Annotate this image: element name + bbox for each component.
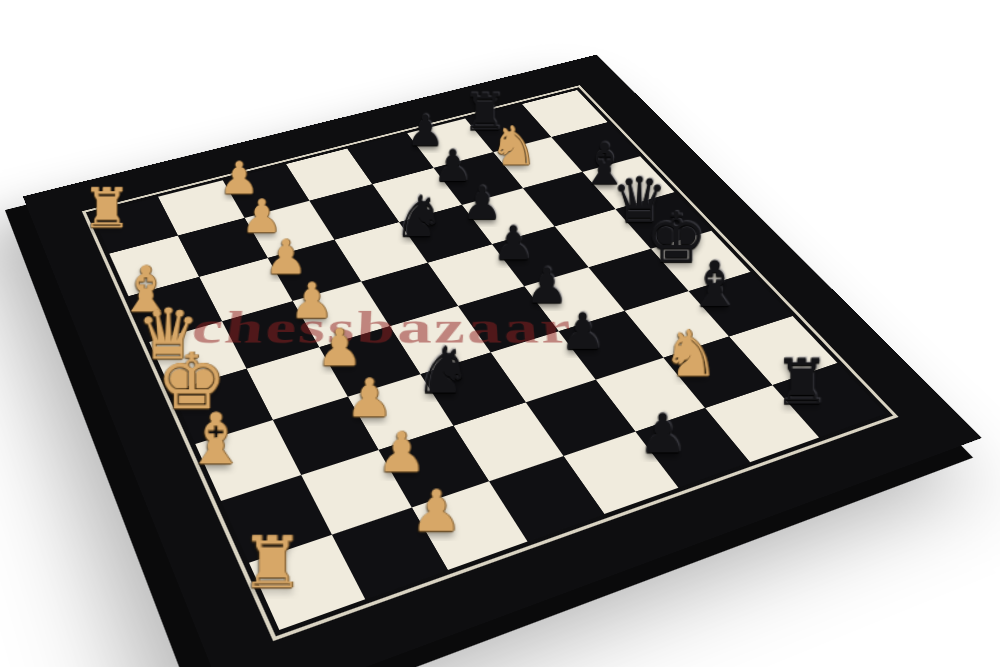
piece-black-pawn-h6[interactable]: ♟ (621, 406, 704, 460)
piece-white-rook-h1[interactable]: ♜ (227, 527, 318, 598)
chess-board-frame: ♝♛♚♝♜♜♞♞♟♟♟♟♟♟♟♞♞♟♟♟♟♟♟♟♟♜♝♛♚♝♜ chessbaz… (23, 54, 982, 667)
piece-black-pawn-f6[interactable]: ♟ (544, 306, 621, 356)
square-h1[interactable]: ♜ (249, 534, 365, 629)
piece-white-knight-g7[interactable]: ♞ (651, 321, 729, 385)
piece-white-bishop-f1[interactable]: ♝ (174, 404, 258, 475)
piece-white-knight-b7[interactable]: ♞ (480, 118, 546, 172)
piece-black-bishop-f8[interactable]: ♝ (677, 253, 752, 316)
piece-black-knight-c5[interactable]: ♞ (384, 187, 454, 244)
piece-black-rook-h8[interactable]: ♜ (761, 351, 841, 414)
chess-board: ♝♛♚♝♜♜♞♞♟♟♟♟♟♟♟♞♞♟♟♟♟♟♟♟♟♜♝♛♚♝♜ (91, 90, 886, 630)
piece-white-pawn-h3[interactable]: ♟ (392, 482, 479, 539)
chess-photo-scene: ♝♛♚♝♜♜♞♞♟♟♟♟♟♟♟♞♞♟♟♟♟♟♟♟♟♜♝♛♚♝♜ chessbaz… (0, 0, 1000, 667)
piece-white-pawn-e3[interactable]: ♟ (300, 322, 378, 373)
piece-black-knight-f4[interactable]: ♞ (404, 337, 483, 402)
piece-white-pawn-f3[interactable]: ♟ (329, 371, 410, 424)
piece-white-rook-a1[interactable]: ♜ (72, 181, 142, 236)
piece-white-pawn-g3[interactable]: ♟ (359, 425, 443, 480)
